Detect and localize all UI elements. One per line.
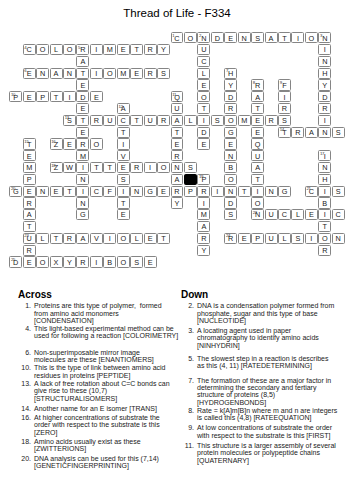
letter-cell[interactable]: S — [130, 256, 143, 267]
letter-cell[interactable]: N — [76, 197, 89, 208]
letter-cell[interactable]: Y — [197, 245, 210, 256]
grid-cell — [103, 244, 116, 256]
down-clue-list: 2.DNA is a condensation polymer formed f… — [181, 302, 354, 464]
letter-cell[interactable]: O — [251, 197, 264, 208]
letter-cell[interactable]: E — [224, 138, 237, 149]
letter-cell[interactable]: A — [23, 209, 36, 220]
letter-cell[interactable]: W — [63, 162, 76, 173]
letter-cell[interactable]: O — [184, 32, 197, 43]
letter-cell[interactable]: X — [50, 256, 63, 267]
grid-cell — [251, 256, 264, 268]
letter-cell[interactable]: S — [332, 127, 345, 138]
letter-cell[interactable]: M — [238, 115, 251, 126]
grid-cell: E — [170, 138, 183, 150]
letter-cell[interactable]: E — [251, 127, 264, 138]
letter-cell[interactable]: L — [184, 115, 197, 126]
letter-cell[interactable]: I — [291, 32, 304, 43]
grid-cell — [184, 209, 197, 221]
letter-cell[interactable]: T — [318, 221, 331, 232]
letter-cell[interactable]: A — [265, 32, 278, 43]
grid-cell: S — [184, 162, 197, 174]
letter-cell[interactable]: A — [171, 115, 184, 126]
letter-cell[interactable]: T — [76, 68, 89, 79]
letter-cell[interactable]: O — [305, 32, 318, 43]
letter-cell[interactable]: T — [278, 32, 291, 43]
letter-cell[interactable]: A — [251, 91, 264, 102]
clue-text: DNA analysis can be used for this (7,14)… — [34, 455, 159, 470]
letter-cell[interactable]: G — [224, 127, 237, 138]
grid-cell: 15T — [22, 138, 35, 150]
letter-cell[interactable]: E — [117, 162, 130, 173]
letter-cell[interactable]: U — [103, 115, 116, 126]
letter-cell[interactable]: 18Z — [50, 162, 63, 173]
letter-cell[interactable]: R — [157, 115, 170, 126]
letter-cell[interactable]: N — [224, 150, 237, 161]
letter-cell[interactable]: Q — [251, 138, 264, 149]
grid-cell: T — [130, 44, 143, 56]
grid-cell — [9, 79, 22, 91]
grid-cell: V — [117, 150, 130, 162]
grid-cell — [332, 244, 345, 256]
letter-cell[interactable]: L — [36, 233, 49, 244]
grid-cell — [264, 244, 277, 256]
letter-cell[interactable]: V — [117, 150, 130, 161]
letter-cell[interactable]: O — [197, 91, 210, 102]
cell-number: 11 — [172, 92, 176, 97]
letter-cell[interactable]: C — [117, 115, 130, 126]
letter-cell[interactable]: R — [197, 233, 210, 244]
cell-number: 15 — [24, 139, 28, 144]
letter-cell[interactable]: O — [63, 44, 76, 55]
letter-cell[interactable]: T — [238, 186, 251, 197]
grid-cell: N — [318, 56, 331, 68]
letter-cell[interactable]: I — [90, 68, 103, 79]
letter-cell[interactable]: P — [251, 233, 264, 244]
letter-cell[interactable]: N — [332, 233, 345, 244]
letter-cell[interactable]: R — [76, 256, 89, 267]
letter-cell[interactable]: Y — [171, 197, 184, 208]
letter-cell[interactable]: A — [251, 162, 264, 173]
letter-cell[interactable]: E — [23, 186, 36, 197]
clue-number: 10. — [18, 364, 34, 379]
clue-text: Amino acids usually exist as these[ZWITT… — [34, 438, 141, 453]
letter-cell[interactable]: R — [318, 103, 331, 114]
letter-cell[interactable]: D — [76, 91, 89, 102]
letter-cell[interactable]: C — [278, 209, 291, 220]
grid-cell — [9, 103, 22, 115]
letter-cell[interactable]: E — [130, 68, 143, 79]
letter-cell[interactable]: M — [197, 209, 210, 220]
grid-cell — [90, 244, 103, 256]
letter-cell[interactable]: E — [197, 138, 210, 149]
letter-cell[interactable]: N — [171, 162, 184, 173]
grid-cell: N — [130, 185, 143, 197]
letter-cell[interactable]: N — [130, 186, 143, 197]
clue-text: The slowest step in a reaction is descri… — [197, 355, 329, 370]
letter-cell[interactable]: 15T — [23, 138, 36, 149]
letter-cell[interactable]: U — [265, 233, 278, 244]
letter-cell[interactable]: E — [144, 233, 157, 244]
letter-cell[interactable]: N — [36, 68, 49, 79]
letter-cell[interactable]: M — [23, 162, 36, 173]
letter-cell[interactable]: D — [224, 91, 237, 102]
letter-cell[interactable]: G — [144, 186, 157, 197]
letter-cell[interactable]: N — [76, 174, 89, 185]
letter-cell[interactable]: U — [197, 44, 210, 55]
letter-cell[interactable]: A — [305, 127, 318, 138]
letter-cell[interactable]: R — [265, 115, 278, 126]
letter-cell[interactable]: Y — [63, 256, 76, 267]
letter-cell[interactable]: R — [318, 245, 331, 256]
grid-cell — [103, 150, 116, 162]
letter-cell[interactable]: T — [251, 174, 264, 185]
letter-cell[interactable]: S — [157, 68, 170, 79]
grid-cell: 3N — [318, 32, 331, 44]
letter-cell[interactable]: E — [224, 32, 237, 43]
letter-cell[interactable]: R — [23, 197, 36, 208]
grid-cell: R — [224, 103, 237, 115]
letter-cell[interactable]: 20G — [9, 186, 22, 197]
clue-number: 4. — [18, 325, 34, 340]
letter-cell[interactable]: E — [50, 186, 63, 197]
letter-cell[interactable]: 2N — [197, 32, 210, 43]
letter-cell[interactable]: E — [76, 103, 89, 114]
letter-cell[interactable]: B — [224, 162, 237, 173]
grid-cell — [117, 221, 130, 233]
letter-cell[interactable]: T — [76, 115, 89, 126]
grid-cell: L — [197, 67, 210, 79]
letter-cell[interactable]: E — [144, 256, 157, 267]
grid-cell — [264, 67, 277, 79]
letter-cell[interactable]: T — [63, 186, 76, 197]
letter-cell[interactable]: 14T — [278, 127, 291, 138]
letter-cell[interactable]: N — [224, 186, 237, 197]
letter-cell[interactable]: I — [211, 186, 224, 197]
grid-cell — [278, 162, 291, 174]
letter-cell[interactable]: R — [130, 162, 143, 173]
letter-cell[interactable]: U — [265, 209, 278, 220]
letter-cell[interactable]: 16Z — [50, 138, 63, 149]
letter-cell[interactable]: E — [157, 186, 170, 197]
letter-cell[interactable]: A — [76, 56, 89, 67]
letter-cell[interactable]: 23U — [23, 233, 36, 244]
letter-cell[interactable]: R — [63, 233, 76, 244]
letter-cell[interactable]: T — [171, 127, 184, 138]
grid-cell — [36, 162, 49, 174]
letter-cell[interactable]: E — [171, 138, 184, 149]
letter-cell[interactable]: T — [23, 221, 36, 232]
grid-cell: L — [130, 233, 143, 245]
letter-cell[interactable]: C — [332, 209, 345, 220]
letter-cell[interactable]: E — [305, 209, 318, 220]
grid-cell — [184, 44, 197, 56]
letter-cell[interactable]: I — [76, 162, 89, 173]
letter-cell[interactable]: N — [63, 68, 76, 79]
letter-cell[interactable]: E — [23, 150, 36, 161]
grid-cell — [237, 138, 250, 150]
letter-cell[interactable]: I — [318, 115, 331, 126]
letter-cell[interactable]: T — [130, 44, 143, 55]
letter-cell[interactable]: I — [318, 186, 331, 197]
letter-cell[interactable]: 12A — [117, 103, 130, 114]
grid-cell — [143, 138, 156, 150]
letter-cell[interactable]: Y — [157, 44, 170, 55]
grid-cell — [278, 56, 291, 68]
letter-cell[interactable]: H — [318, 174, 331, 185]
grid-cell — [251, 67, 264, 79]
grid-cell — [291, 44, 304, 56]
letter-cell[interactable]: S — [251, 32, 264, 43]
cell-number: 20 — [11, 186, 15, 191]
clue-text: DNA is a condensation polymer formed fro… — [197, 302, 334, 324]
letter-cell[interactable]: R — [291, 127, 304, 138]
letter-cell[interactable]: E — [76, 79, 89, 90]
letter-cell[interactable]: E — [90, 91, 103, 102]
letter-cell[interactable]: 22N — [251, 209, 264, 220]
grid-cell: A — [76, 233, 89, 245]
letter-cell[interactable]: T — [157, 233, 170, 244]
grid-cell — [90, 209, 103, 221]
letter-cell[interactable]: 24R — [224, 233, 237, 244]
letter-cell[interactable]: I — [117, 138, 130, 149]
letter-cell[interactable]: I — [63, 91, 76, 102]
letter-cell[interactable]: 25D — [9, 256, 22, 267]
letter-cell[interactable]: T — [251, 103, 264, 114]
letter-cell[interactable]: 21C — [305, 186, 318, 197]
letter-cell[interactable]: 8R — [251, 79, 264, 90]
letter-cell[interactable]: S — [184, 162, 197, 173]
grid-cell — [90, 32, 103, 44]
letter-cell[interactable]: C — [90, 186, 103, 197]
letter-cell[interactable]: 13S — [63, 115, 76, 126]
letter-cell[interactable]: E — [23, 91, 36, 102]
letter-cell[interactable]: N — [36, 186, 49, 197]
grid-cell — [291, 185, 304, 197]
letter-cell[interactable]: 11Q — [171, 91, 184, 102]
letter-cell[interactable]: S — [278, 115, 291, 126]
letter-cell[interactable]: N — [238, 32, 251, 43]
letter-cell[interactable]: B — [318, 197, 331, 208]
letter-cell[interactable]: O — [117, 233, 130, 244]
letter-cell[interactable]: P — [23, 174, 36, 185]
letter-cell[interactable]: S — [291, 233, 304, 244]
grid-cell — [237, 126, 250, 138]
letter-cell[interactable]: A — [76, 233, 89, 244]
grid-cell: A — [76, 56, 89, 68]
letter-cell[interactable]: T — [117, 127, 130, 138]
letter-cell[interactable]: O — [224, 174, 237, 185]
letter-cell[interactable]: M — [76, 150, 89, 161]
letter-cell[interactable]: A — [171, 174, 184, 185]
grid-cell: T — [90, 162, 103, 174]
letter-cell[interactable]: O — [224, 115, 237, 126]
grid-cell: S — [157, 67, 170, 79]
letter-cell[interactable]: T — [50, 91, 63, 102]
grid-cell: C — [332, 209, 345, 221]
letter-cell[interactable]: E — [117, 209, 130, 220]
letter-cell[interactable]: 6E — [23, 68, 36, 79]
letter-cell[interactable]: T — [90, 162, 103, 173]
letter-cell[interactable]: G — [76, 209, 89, 220]
letter-cell[interactable]: 19P — [197, 174, 210, 185]
letter-cell[interactable]: L — [278, 233, 291, 244]
letter-cell[interactable]: G — [278, 186, 291, 197]
letter-cell[interactable]: A — [197, 221, 210, 232]
letter-cell[interactable]: N — [318, 162, 331, 173]
letter-cell[interactable]: A — [50, 68, 63, 79]
letter-cell[interactable]: R — [278, 103, 291, 114]
letter-cell[interactable]: S — [211, 115, 224, 126]
grid-cell — [36, 138, 49, 150]
grid-cell — [76, 32, 89, 44]
letter-cell[interactable]: E — [117, 44, 130, 55]
grid-cell — [291, 56, 304, 68]
grid-cell — [157, 126, 170, 138]
letter-cell[interactable]: F — [103, 186, 116, 197]
letter-cell[interactable]: I — [76, 186, 89, 197]
letter-cell[interactable]: O — [157, 162, 170, 173]
letter-cell[interactable]: R — [197, 186, 210, 197]
letter-cell[interactable]: T — [130, 115, 143, 126]
grid-cell: W — [63, 162, 76, 174]
grid-cell — [264, 150, 277, 162]
grid-cell: U — [251, 150, 264, 162]
letter-cell[interactable]: E — [63, 138, 76, 149]
black-cell[interactable] — [184, 174, 197, 185]
clue-line: with respect to the substrate is this [F… — [197, 432, 332, 439]
letter-cell[interactable]: R — [23, 245, 36, 256]
letter-cell[interactable]: O — [117, 256, 130, 267]
letter-cell[interactable]: 3N — [318, 32, 331, 43]
clue-line: Amino acids usually exist as these — [34, 438, 141, 445]
letter-cell[interactable]: O — [318, 233, 331, 244]
letter-cell[interactable]: O — [103, 68, 116, 79]
letter-cell[interactable]: I — [251, 186, 264, 197]
grid-cell — [305, 91, 318, 103]
letter-cell[interactable]: L — [197, 68, 210, 79]
letter-cell[interactable]: M — [117, 68, 130, 79]
letter-cell[interactable]: L — [50, 44, 63, 55]
letter-cell[interactable]: 10P — [9, 91, 22, 102]
letter-cell[interactable]: I — [197, 197, 210, 208]
letter-cell[interactable]: Y — [224, 79, 237, 90]
letter-cell[interactable]: I — [318, 209, 331, 220]
grid-cell — [103, 32, 116, 44]
letter-cell[interactable]: I — [197, 115, 210, 126]
grid-cell — [291, 197, 304, 209]
grid-cell — [305, 256, 318, 268]
letter-cell[interactable]: S — [224, 209, 237, 220]
grid-cell: S — [117, 174, 130, 186]
letter-cell[interactable]: 4C — [23, 44, 36, 55]
letter-cell[interactable]: R — [144, 44, 157, 55]
letter-cell[interactable]: D — [318, 91, 331, 102]
letter-cell[interactable]: 17I — [318, 150, 331, 161]
letter-cell[interactable]: I — [144, 162, 157, 173]
grid-cell: A — [22, 209, 35, 221]
letter-cell[interactable]: E — [23, 256, 36, 267]
letter-cell[interactable]: P — [36, 91, 49, 102]
grid-cell — [157, 209, 170, 221]
grid-cell: I — [318, 115, 331, 127]
grid-cell: 23U — [22, 233, 35, 245]
letter-cell[interactable]: O — [36, 256, 49, 267]
letter-cell[interactable]: I — [318, 44, 331, 55]
letter-cell[interactable]: D — [224, 197, 237, 208]
letter-cell[interactable]: R — [76, 138, 89, 149]
letter-cell[interactable]: L — [130, 233, 143, 244]
letter-cell[interactable]: 5R — [76, 44, 89, 55]
letter-cell[interactable]: N — [318, 56, 331, 67]
letter-cell[interactable]: D — [211, 32, 224, 43]
cell-number: 18 — [51, 163, 55, 168]
letter-cell[interactable]: E — [197, 79, 210, 90]
letter-cell[interactable]: I — [90, 256, 103, 267]
letter-cell[interactable]: 9F — [278, 79, 291, 90]
letter-cell[interactable]: R — [224, 103, 237, 114]
grid-cell — [251, 244, 264, 256]
letter-cell[interactable]: U — [171, 103, 184, 114]
letter-cell[interactable]: 7H — [224, 68, 237, 79]
letter-cell[interactable]: I — [305, 233, 318, 244]
letter-cell[interactable]: L — [291, 209, 304, 220]
grid-cell — [9, 244, 22, 256]
letter-cell[interactable]: T — [197, 103, 210, 114]
letter-cell[interactable]: R — [171, 186, 184, 197]
grid-cell — [36, 115, 49, 127]
letter-cell[interactable]: B — [103, 256, 116, 267]
letter-cell[interactable]: I — [117, 186, 130, 197]
letter-cell[interactable]: O — [36, 44, 49, 55]
letter-cell[interactable]: U — [144, 115, 157, 126]
letter-cell[interactable]: R — [144, 68, 157, 79]
letter-cell[interactable]: I — [103, 233, 116, 244]
letter-cell[interactable]: E — [251, 115, 264, 126]
letter-cell[interactable]: R — [171, 150, 184, 161]
letter-cell[interactable]: R — [90, 115, 103, 126]
grid-cell: T — [103, 162, 116, 174]
grid-cell — [103, 174, 116, 186]
letter-cell[interactable]: N — [265, 186, 278, 197]
grid-cell — [332, 162, 345, 174]
letter-cell[interactable]: S — [117, 174, 130, 185]
letter-cell[interactable]: O — [90, 138, 103, 149]
letter-cell[interactable]: M — [103, 44, 116, 55]
across-clue-list: 1.Proteins are this type of polymer, for… — [18, 302, 181, 469]
letter-cell[interactable]: S — [332, 186, 345, 197]
letter-cell[interactable]: V — [90, 233, 103, 244]
letter-cell[interactable]: I — [278, 91, 291, 102]
letter-cell[interactable]: E — [238, 233, 251, 244]
letter-cell[interactable]: T — [50, 233, 63, 244]
letter-cell[interactable]: I — [90, 44, 103, 55]
grid-cell: Q — [251, 138, 264, 150]
cell-number: 19 — [199, 174, 203, 179]
letter-cell[interactable]: T — [103, 162, 116, 173]
letter-cell[interactable]: H — [318, 68, 331, 79]
letter-cell[interactable]: T — [117, 197, 130, 208]
letter-cell[interactable]: E — [76, 127, 89, 138]
letter-cell[interactable]: 1C — [171, 32, 184, 43]
letter-cell[interactable]: N — [318, 127, 331, 138]
grid-cell — [332, 174, 345, 186]
letter-cell[interactable]: U — [251, 150, 264, 161]
letter-cell[interactable]: C — [197, 56, 210, 67]
letter-cell[interactable]: Y — [318, 79, 331, 90]
grid-cell — [36, 126, 49, 138]
letter-cell[interactable]: P — [184, 186, 197, 197]
letter-cell[interactable]: D — [197, 127, 210, 138]
